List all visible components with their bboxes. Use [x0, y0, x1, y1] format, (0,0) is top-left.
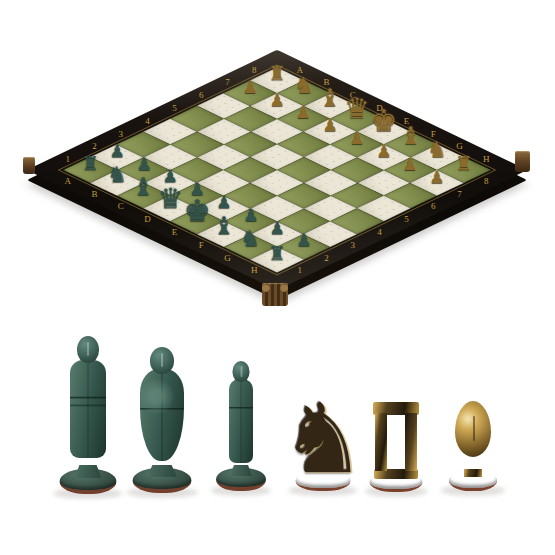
queen-stem	[147, 465, 177, 477]
king-body	[70, 360, 106, 458]
queen-head	[150, 347, 174, 374]
board-surface: AA88BB77CC66DD55EE44FF33GG22HH11♜♞♝♛♚♝♞♜…	[27, 50, 528, 290]
queen-body	[140, 369, 184, 461]
bronze-foot-left-icon	[23, 157, 35, 174]
showcase-pawn-figurine	[444, 401, 502, 491]
bishop-stem	[230, 465, 252, 476]
bronze-foot-near-icon	[262, 283, 288, 306]
bronze-foot-right-icon	[515, 151, 530, 172]
king-head	[77, 336, 99, 363]
showcase-bishop-figurine	[214, 361, 268, 491]
knight-horse-icon: ♞	[280, 396, 366, 482]
showcase-knight-figurine: ♞	[292, 381, 354, 491]
pawn-neck	[464, 469, 482, 477]
pawn-head	[455, 401, 491, 457]
rook-left-post	[375, 413, 387, 471]
rook-right-post	[405, 413, 417, 471]
showcase-queen-figurine	[130, 347, 194, 493]
bishop-head	[233, 361, 250, 382]
king-stem	[75, 465, 102, 478]
showcase-rook-figurine	[368, 402, 424, 492]
bishop-body	[229, 379, 253, 463]
showcase-king-figurine	[57, 336, 119, 494]
